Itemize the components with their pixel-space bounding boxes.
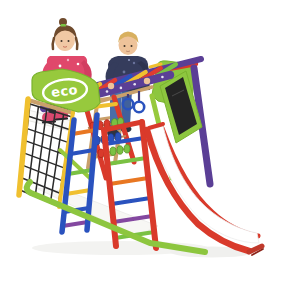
floor-board (36, 188, 158, 236)
boy-eye (124, 45, 126, 47)
girl-hair-strand (53, 38, 54, 49)
product-photo: eco (0, 0, 290, 290)
girl-hair-tie (61, 24, 67, 27)
boy-eye (131, 45, 133, 47)
play-gym-illustration: eco (0, 0, 290, 290)
girl-shoe-sole (56, 119, 67, 120)
girl-eye (61, 40, 63, 42)
boy-hand (108, 83, 114, 89)
girl-eye (68, 40, 70, 42)
girl-hair-strand (76, 38, 77, 49)
ring-right (134, 102, 144, 112)
boy-hand (144, 78, 150, 84)
